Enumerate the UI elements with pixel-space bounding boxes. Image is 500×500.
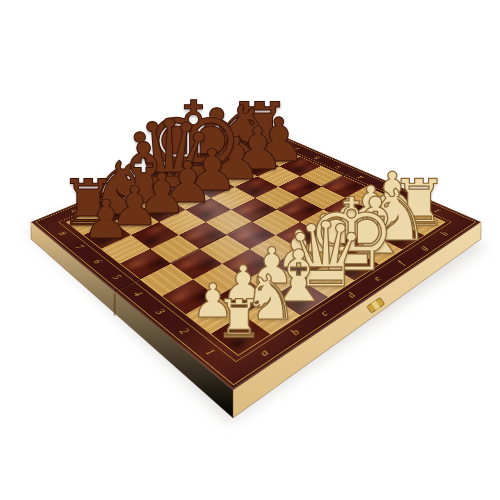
rank-label-7: 7: [68, 240, 91, 253]
file-label-f: f: [388, 255, 413, 270]
rank-label-2: 2: [170, 322, 198, 341]
file-label-g: g: [411, 241, 436, 255]
rank-label-8: 8: [51, 227, 73, 240]
file-label-c: c: [310, 304, 338, 322]
file-label-d: d: [338, 287, 365, 304]
file-label-h: h: [433, 227, 457, 240]
rank-label-6: 6: [86, 255, 110, 269]
rank-label-3: 3: [147, 303, 174, 321]
file-label-b: b: [281, 323, 309, 342]
chess-set-photo: aa11bb22cc33dd44ee55ff66gg77hh88 ♜♞♝♛♚♝♞…: [0, 0, 500, 500]
rank-label-4: 4: [125, 286, 151, 302]
box-fold-seam: [114, 294, 116, 316]
rank-label-1: 1: [196, 342, 225, 362]
rank-label-5: 5: [105, 270, 130, 285]
file-label-e: e: [364, 271, 390, 287]
